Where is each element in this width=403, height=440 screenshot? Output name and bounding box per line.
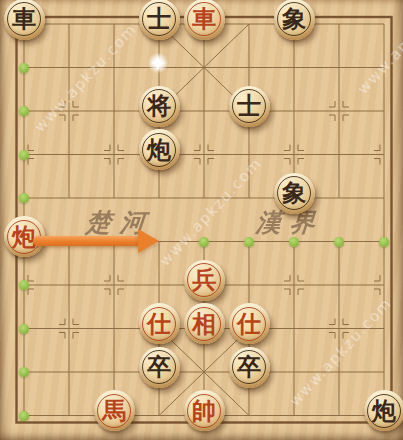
move-arrow-head <box>138 229 159 253</box>
move-hint-dot[interactable] <box>19 193 29 203</box>
piece-character: 象 <box>282 7 306 31</box>
piece-character: 相 <box>192 312 216 336</box>
piece-character: 仕 <box>237 312 261 336</box>
piece-black-advisor[interactable]: 士 <box>229 86 270 127</box>
piece-red-advisor[interactable]: 仕 <box>229 303 270 344</box>
piece-black-cannon[interactable]: 炮 <box>139 129 180 170</box>
move-hint-dot[interactable] <box>289 237 299 247</box>
piece-character: 卒 <box>237 355 261 379</box>
move-hint-dot[interactable] <box>379 237 389 247</box>
piece-red-general[interactable]: 帥 <box>184 390 225 431</box>
move-hint-dot[interactable] <box>19 150 29 160</box>
piece-character: 車 <box>12 7 36 31</box>
move-hint-dot[interactable] <box>19 367 29 377</box>
move-hint-dot[interactable] <box>19 106 29 116</box>
piece-character: 卒 <box>147 355 171 379</box>
piece-black-chariot[interactable]: 車 <box>4 0 45 40</box>
piece-character: 将 <box>147 94 171 118</box>
piece-red-elephant[interactable]: 相 <box>184 303 225 344</box>
piece-black-advisor[interactable]: 士 <box>139 0 180 40</box>
move-hint-dot[interactable] <box>19 324 29 334</box>
piece-character: 炮 <box>372 399 396 423</box>
piece-character: 仕 <box>147 312 171 336</box>
piece-black-soldier[interactable]: 卒 <box>229 347 270 388</box>
piece-character: 馬 <box>102 399 126 423</box>
piece-red-horse[interactable]: 馬 <box>94 390 135 431</box>
piece-black-elephant[interactable]: 象 <box>274 173 315 214</box>
piece-character: 帥 <box>192 399 216 423</box>
move-hint-dot[interactable] <box>19 411 29 421</box>
piece-character: 炮 <box>12 225 36 249</box>
piece-character: 兵 <box>192 268 216 292</box>
move-hint-dot[interactable] <box>244 237 254 247</box>
piece-black-cannon[interactable]: 炮 <box>364 390 403 431</box>
piece-black-general[interactable]: 将 <box>139 86 180 127</box>
xiangqi-board[interactable]: 楚河 漢界 車士車象将士炮象炮兵仕相仕卒卒馬帥炮 www.apkzu.com w… <box>0 0 403 440</box>
piece-red-chariot[interactable]: 車 <box>184 0 225 40</box>
piece-character: 象 <box>282 181 306 205</box>
piece-layer: 車士車象将士炮象炮兵仕相仕卒卒馬帥炮 <box>2 2 403 437</box>
move-hint-dot[interactable] <box>19 63 29 73</box>
move-hint-dot[interactable] <box>334 237 344 247</box>
piece-character: 車 <box>192 7 216 31</box>
piece-black-elephant[interactable]: 象 <box>274 0 315 40</box>
move-hint-dot[interactable] <box>199 237 209 247</box>
piece-black-soldier[interactable]: 卒 <box>139 347 180 388</box>
move-hint-dot[interactable] <box>19 280 29 290</box>
piece-character: 炮 <box>147 138 171 162</box>
move-arrow <box>33 236 139 246</box>
piece-character: 士 <box>237 94 261 118</box>
piece-red-soldier[interactable]: 兵 <box>184 260 225 301</box>
piece-character: 士 <box>147 7 171 31</box>
piece-red-advisor[interactable]: 仕 <box>139 303 180 344</box>
